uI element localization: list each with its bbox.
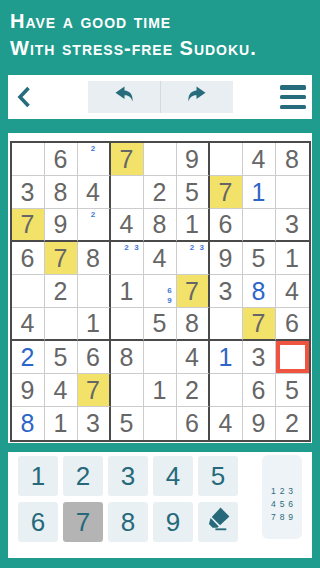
undo-arrow-icon — [112, 84, 136, 110]
cell-digit: 2 — [21, 345, 35, 370]
cell-digit: 7 — [185, 279, 199, 304]
cell-r2c4[interactable] — [111, 176, 144, 209]
pencil-marks: 69 — [145, 276, 175, 306]
cell-r3c5[interactable]: 8 — [144, 209, 177, 242]
pencil-mark-2: 2 — [88, 144, 98, 154]
cell-r5c9[interactable]: 4 — [276, 275, 309, 308]
cell-digit: 1 — [219, 345, 233, 370]
cell-r9c8[interactable]: 9 — [243, 407, 276, 440]
pencil-mark-3: 3 — [132, 243, 142, 253]
key-4[interactable]: 4 — [153, 456, 193, 496]
cell-r9c4[interactable]: 5 — [111, 407, 144, 440]
cell-digit: 2 — [54, 279, 68, 304]
cell-r1c3[interactable]: 2 — [78, 143, 111, 176]
cell-r6c6[interactable]: 8 — [177, 308, 210, 341]
title-line-1: Have a good time — [10, 8, 257, 35]
cell-r9c3[interactable]: 3 — [78, 407, 111, 440]
cell-digit: 4 — [153, 246, 167, 271]
cell-r5c8[interactable]: 8 — [243, 275, 276, 308]
cell-r5c4[interactable]: 1 — [111, 275, 144, 308]
pencil-mark-2: 2 — [187, 243, 197, 253]
cell-digit: 8 — [285, 147, 299, 172]
cell-r1c1[interactable] — [12, 143, 45, 176]
cell-r1c8[interactable]: 4 — [243, 143, 276, 176]
cell-r3c4[interactable]: 4 — [111, 209, 144, 242]
cell-r4c2[interactable]: 7 — [45, 242, 78, 275]
redo-button[interactable] — [161, 81, 233, 113]
cell-digit: 6 — [285, 311, 299, 336]
cell-r2c5[interactable]: 2 — [144, 176, 177, 209]
cell-digit: 8 — [153, 212, 167, 237]
cell-r5c3[interactable] — [78, 275, 111, 308]
pencil-marks: 2 — [79, 144, 108, 174]
undo-button[interactable] — [88, 81, 160, 113]
cell-digit: 6 — [21, 246, 35, 271]
cell-digit: 5 — [54, 345, 68, 370]
cell-digit: 9 — [21, 378, 35, 403]
cell-r3c3[interactable]: 2 — [78, 209, 111, 242]
cell-r4c5[interactable]: 4 — [144, 242, 177, 275]
menu-button[interactable] — [280, 85, 306, 109]
notes-digit-5: 5 — [280, 499, 285, 509]
cell-r7c9[interactable] — [276, 341, 309, 374]
cell-r7c8[interactable]: 3 — [243, 341, 276, 374]
cell-digit: 7 — [219, 180, 233, 205]
key-8[interactable]: 8 — [108, 502, 148, 542]
cell-digit: 3 — [252, 345, 266, 370]
notes-digit-2: 2 — [280, 486, 285, 496]
cell-r8c1[interactable]: 9 — [12, 374, 45, 407]
cell-digit: 8 — [21, 411, 35, 436]
cell-r6c8[interactable]: 7 — [243, 308, 276, 341]
cell-r9c5[interactable] — [144, 407, 177, 440]
cell-r8c2[interactable]: 4 — [45, 374, 78, 407]
cell-r4c3[interactable]: 8 — [78, 242, 111, 275]
notes-digit-9: 9 — [288, 512, 293, 522]
cell-digit: 7 — [252, 311, 266, 336]
cell-r3c6[interactable]: 1 — [177, 209, 210, 242]
pencil-mark-2: 2 — [122, 243, 132, 253]
key-3[interactable]: 3 — [108, 456, 148, 496]
cell-digit: 2 — [185, 378, 199, 403]
cell-digit: 1 — [86, 311, 100, 336]
back-button[interactable] — [16, 86, 32, 108]
cell-digit: 9 — [54, 212, 68, 237]
cell-r4c1[interactable]: 6 — [12, 242, 45, 275]
key-2[interactable]: 2 — [63, 456, 103, 496]
cell-r9c6[interactable]: 6 — [177, 407, 210, 440]
app-screen: Have a good time With stress-free Sudoku… — [0, 0, 320, 568]
cell-r2c3[interactable]: 4 — [78, 176, 111, 209]
notes-digit-3: 3 — [288, 486, 293, 496]
cell-r4c7[interactable]: 9 — [210, 242, 243, 275]
cell-r5c2[interactable]: 2 — [45, 275, 78, 308]
notes-digits: 123456789 — [271, 486, 293, 522]
cell-r8c9[interactable]: 5 — [276, 374, 309, 407]
cell-digit: 7 — [120, 147, 134, 172]
pencil-mark-9: 9 — [165, 296, 175, 306]
cell-r1c2[interactable]: 6 — [45, 143, 78, 176]
cell-r5c1[interactable] — [12, 275, 45, 308]
cell-r7c7[interactable]: 1 — [210, 341, 243, 374]
cell-r3c8[interactable] — [243, 209, 276, 242]
toolbar — [8, 75, 312, 119]
pencil-mark-3: 3 — [197, 243, 207, 253]
back-chevron-icon — [16, 94, 32, 111]
cell-digit: 4 — [185, 345, 199, 370]
cell-digit: 6 — [219, 212, 233, 237]
cell-r8c4[interactable] — [111, 374, 144, 407]
cell-digit: 1 — [120, 279, 134, 304]
cell-digit: 6 — [54, 147, 68, 172]
cell-digit: 8 — [185, 311, 199, 336]
cell-r3c9[interactable]: 3 — [276, 209, 309, 242]
cell-r8c3[interactable]: 7 — [78, 374, 111, 407]
board-card: 6279483842571792481636782342395121697384… — [8, 133, 312, 443]
cell-digit: 6 — [185, 411, 199, 436]
cell-r6c3[interactable]: 1 — [78, 308, 111, 341]
pencil-mark-6: 6 — [165, 286, 175, 296]
cell-r9c9[interactable]: 2 — [276, 407, 309, 440]
cell-r9c1[interactable]: 8 — [12, 407, 45, 440]
cell-r9c7[interactable]: 4 — [210, 407, 243, 440]
cell-r1c9[interactable]: 8 — [276, 143, 309, 176]
cell-digit: 9 — [219, 246, 233, 271]
cell-digit: 6 — [252, 378, 266, 403]
notes-digit-6: 6 — [288, 499, 293, 509]
sudoku-board: 6279483842571792481636782342395121697384… — [10, 141, 311, 442]
cell-digit: 1 — [54, 411, 68, 436]
cell-digit: 4 — [21, 311, 35, 336]
cell-digit: 3 — [86, 411, 100, 436]
cell-r2c1[interactable]: 3 — [12, 176, 45, 209]
pencil-marks: 2 — [79, 210, 108, 239]
cell-digit: 2 — [285, 411, 299, 436]
cell-r8c5[interactable]: 1 — [144, 374, 177, 407]
cell-r2c7[interactable]: 7 — [210, 176, 243, 209]
cell-digit: 4 — [86, 180, 100, 205]
cell-r2c6[interactable]: 5 — [177, 176, 210, 209]
undo-redo-group — [88, 81, 233, 113]
cell-digit: 4 — [252, 147, 266, 172]
cell-digit: 4 — [54, 378, 68, 403]
cell-r3c2[interactable]: 9 — [45, 209, 78, 242]
cell-r5c7[interactable]: 3 — [210, 275, 243, 308]
cell-r5c5[interactable]: 69 — [144, 275, 177, 308]
cell-r8c8[interactable]: 6 — [243, 374, 276, 407]
cell-r1c4[interactable]: 7 — [111, 143, 144, 176]
eraser-button[interactable] — [198, 502, 238, 542]
keypad-card: 123456789 123456789 — [8, 452, 312, 558]
cell-digit: 5 — [185, 180, 199, 205]
cell-digit: 7 — [21, 212, 35, 237]
cell-r2c8[interactable]: 1 — [243, 176, 276, 209]
cell-digit: 5 — [120, 411, 134, 436]
cell-r7c2[interactable]: 5 — [45, 341, 78, 374]
key-9[interactable]: 9 — [153, 502, 193, 542]
cell-digit: 1 — [252, 180, 266, 205]
cell-r1c7[interactable] — [210, 143, 243, 176]
cell-r2c9[interactable] — [276, 176, 309, 209]
cell-digit: 4 — [219, 411, 233, 436]
cell-r6c5[interactable]: 5 — [144, 308, 177, 341]
cell-digit: 8 — [120, 345, 134, 370]
cell-r4c8[interactable]: 5 — [243, 242, 276, 275]
notes-digit-4: 4 — [271, 499, 276, 509]
cell-digit: 8 — [54, 180, 68, 205]
cell-r6c9[interactable]: 6 — [276, 308, 309, 341]
cell-r1c5[interactable] — [144, 143, 177, 176]
cell-r8c7[interactable] — [210, 374, 243, 407]
cell-r6c7[interactable] — [210, 308, 243, 341]
cell-r7c5[interactable] — [144, 341, 177, 374]
cell-r7c3[interactable]: 6 — [78, 341, 111, 374]
key-1[interactable]: 1 — [18, 456, 58, 496]
cell-digit: 6 — [86, 345, 100, 370]
cell-digit: 1 — [185, 212, 199, 237]
pencil-marks: 23 — [112, 243, 142, 273]
notes-digit-1: 1 — [271, 486, 276, 496]
cell-r3c1[interactable]: 7 — [12, 209, 45, 242]
title-line-2: With stress-free Sudoku. — [10, 35, 257, 62]
cell-digit: 8 — [252, 279, 266, 304]
key-6[interactable]: 6 — [18, 502, 58, 542]
cell-r5c6[interactable]: 7 — [177, 275, 210, 308]
cell-r3c7[interactable]: 6 — [210, 209, 243, 242]
eraser-icon — [205, 505, 232, 539]
notes-digit-7: 7 — [271, 512, 276, 522]
cell-r7c6[interactable]: 4 — [177, 341, 210, 374]
cell-digit: 1 — [285, 246, 299, 271]
app-title: Have a good time With stress-free Sudoku… — [10, 8, 257, 62]
cell-r8c6[interactable]: 2 — [177, 374, 210, 407]
cell-digit: 3 — [219, 279, 233, 304]
key-7[interactable]: 7 — [63, 502, 103, 542]
cell-digit: 3 — [21, 180, 35, 205]
cell-digit: 1 — [153, 378, 167, 403]
cell-r6c1[interactable]: 4 — [12, 308, 45, 341]
cell-digit: 7 — [54, 246, 68, 271]
cell-r4c4[interactable]: 23 — [111, 242, 144, 275]
notes-pad[interactable]: 123456789 — [262, 455, 302, 539]
cell-digit: 5 — [153, 311, 167, 336]
cell-digit: 4 — [120, 212, 134, 237]
cell-r4c9[interactable]: 1 — [276, 242, 309, 275]
pencil-mark-2: 2 — [88, 210, 98, 220]
cell-digit: 5 — [285, 378, 299, 403]
cell-digit: 2 — [153, 180, 167, 205]
notes-digit-8: 8 — [280, 512, 285, 522]
cell-digit: 3 — [285, 212, 299, 237]
cell-digit: 9 — [252, 411, 266, 436]
cell-digit: 8 — [86, 246, 100, 271]
cell-r6c2[interactable] — [45, 308, 78, 341]
cell-r2c2[interactable]: 8 — [45, 176, 78, 209]
cell-r9c2[interactable]: 1 — [45, 407, 78, 440]
cell-r1c6[interactable]: 9 — [177, 143, 210, 176]
redo-arrow-icon — [185, 84, 209, 110]
key-5[interactable]: 5 — [198, 456, 238, 496]
cell-r4c6[interactable]: 23 — [177, 242, 210, 275]
cell-digit: 9 — [185, 147, 199, 172]
cell-digit: 7 — [86, 378, 100, 403]
cell-digit: 4 — [285, 279, 299, 304]
cell-r7c4[interactable]: 8 — [111, 341, 144, 374]
cell-r7c1[interactable]: 2 — [12, 341, 45, 374]
pencil-marks: 23 — [178, 243, 207, 273]
cell-digit: 5 — [252, 246, 266, 271]
cell-r6c4[interactable] — [111, 308, 144, 341]
